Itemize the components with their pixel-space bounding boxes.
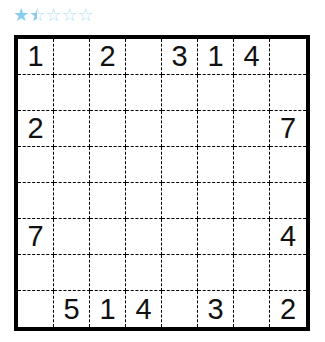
cell-r1c3[interactable]: 2 — [90, 39, 126, 75]
cell-r1c7[interactable]: 4 — [234, 39, 270, 75]
cell-r7c4[interactable] — [126, 255, 162, 291]
difficulty-rating: ★☆★☆☆☆ — [13, 5, 94, 25]
cell-r2c1[interactable] — [18, 75, 54, 111]
clue-number: 4 — [280, 222, 296, 251]
clue-number: 1 — [27, 42, 43, 71]
cell-r4c4[interactable] — [126, 147, 162, 183]
clue-number: 4 — [135, 295, 151, 324]
cell-r3c8[interactable]: 7 — [270, 111, 306, 147]
cell-r4c2[interactable] — [54, 147, 90, 183]
cell-r5c3[interactable] — [90, 183, 126, 219]
cell-r2c5[interactable] — [162, 75, 198, 111]
clue-number: 3 — [207, 295, 223, 324]
clue-number: 1 — [99, 295, 115, 324]
cell-r7c8[interactable] — [270, 255, 306, 291]
cell-r4c1[interactable] — [18, 147, 54, 183]
cell-r3c6[interactable] — [198, 111, 234, 147]
star-outline-icon: ☆ — [61, 5, 77, 25]
star-outline-icon: ☆ — [78, 5, 94, 25]
cell-r8c4[interactable]: 4 — [126, 291, 162, 327]
clue-number: 5 — [63, 295, 79, 324]
cell-r7c1[interactable] — [18, 255, 54, 291]
cell-r6c6[interactable] — [198, 219, 234, 255]
clue-number: 1 — [207, 42, 223, 71]
cell-r4c6[interactable] — [198, 147, 234, 183]
cell-r4c5[interactable] — [162, 147, 198, 183]
cell-r7c2[interactable] — [54, 255, 90, 291]
cell-r3c5[interactable] — [162, 111, 198, 147]
cell-r2c4[interactable] — [126, 75, 162, 111]
star-filled-icon: ★ — [13, 5, 29, 25]
cell-r8c1[interactable] — [18, 291, 54, 327]
cell-r2c8[interactable] — [270, 75, 306, 111]
cell-r3c4[interactable] — [126, 111, 162, 147]
cell-r2c7[interactable] — [234, 75, 270, 111]
cell-r1c2[interactable] — [54, 39, 90, 75]
cell-r6c7[interactable] — [234, 219, 270, 255]
puzzle-board: 12314277451432 — [14, 35, 310, 331]
star-half-fill: ★ — [29, 5, 37, 25]
cell-r2c3[interactable] — [90, 75, 126, 111]
clue-number: 2 — [280, 295, 296, 324]
clue-number: 7 — [27, 222, 43, 251]
cell-r6c5[interactable] — [162, 219, 198, 255]
cell-r3c7[interactable] — [234, 111, 270, 147]
cell-r8c5[interactable] — [162, 291, 198, 327]
cell-r8c3[interactable]: 1 — [90, 291, 126, 327]
cell-r5c4[interactable] — [126, 183, 162, 219]
clue-number: 4 — [243, 42, 259, 71]
cell-r5c2[interactable] — [54, 183, 90, 219]
cell-r6c1[interactable]: 7 — [18, 219, 54, 255]
cell-r4c7[interactable] — [234, 147, 270, 183]
cell-r6c4[interactable] — [126, 219, 162, 255]
cell-r5c8[interactable] — [270, 183, 306, 219]
cell-r8c2[interactable]: 5 — [54, 291, 90, 327]
cell-r2c6[interactable] — [198, 75, 234, 111]
cell-r1c5[interactable]: 3 — [162, 39, 198, 75]
cell-r3c1[interactable]: 2 — [18, 111, 54, 147]
clue-number: 7 — [280, 114, 296, 143]
cell-r5c5[interactable] — [162, 183, 198, 219]
cell-r5c1[interactable] — [18, 183, 54, 219]
star-half-icon: ☆★ — [29, 5, 45, 25]
cell-r4c8[interactable] — [270, 147, 306, 183]
cell-r6c8[interactable]: 4 — [270, 219, 306, 255]
clue-number: 2 — [99, 42, 115, 71]
clue-number: 3 — [171, 42, 187, 71]
clue-number: 2 — [27, 114, 43, 143]
cell-r8c7[interactable] — [234, 291, 270, 327]
cell-r6c2[interactable] — [54, 219, 90, 255]
cell-r8c8[interactable]: 2 — [270, 291, 306, 327]
cell-r1c1[interactable]: 1 — [18, 39, 54, 75]
cell-r7c6[interactable] — [198, 255, 234, 291]
cell-r3c3[interactable] — [90, 111, 126, 147]
cell-r1c4[interactable] — [126, 39, 162, 75]
cell-r5c7[interactable] — [234, 183, 270, 219]
cell-r4c3[interactable] — [90, 147, 126, 183]
cell-r8c6[interactable]: 3 — [198, 291, 234, 327]
cell-r7c7[interactable] — [234, 255, 270, 291]
cell-r5c6[interactable] — [198, 183, 234, 219]
cell-r6c3[interactable] — [90, 219, 126, 255]
cell-r7c3[interactable] — [90, 255, 126, 291]
star-outline-icon: ☆ — [45, 5, 61, 25]
cell-r1c8[interactable] — [270, 39, 306, 75]
cell-r7c5[interactable] — [162, 255, 198, 291]
cell-r1c6[interactable]: 1 — [198, 39, 234, 75]
cell-r2c2[interactable] — [54, 75, 90, 111]
cell-r3c2[interactable] — [54, 111, 90, 147]
